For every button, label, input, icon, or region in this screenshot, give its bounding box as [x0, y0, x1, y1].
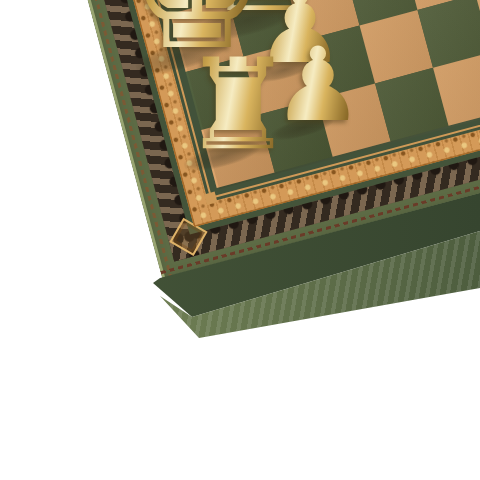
pieces-layer: ♛♚♟♟♜	[0, 0, 480, 480]
product-photo: ♛♚♟♟♜	[0, 0, 480, 480]
chess-piece-rook: ♜	[182, 42, 294, 167]
